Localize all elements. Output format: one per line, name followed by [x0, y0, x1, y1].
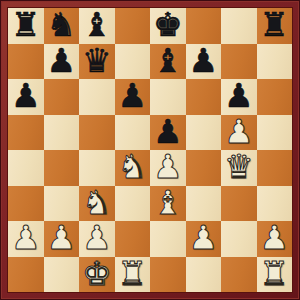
square-f4[interactable]	[186, 150, 222, 186]
square-c1[interactable]: ♚	[79, 257, 115, 293]
piece-black-rook: ♜	[259, 8, 289, 41]
square-h1[interactable]: ♜	[257, 257, 293, 293]
square-g6[interactable]: ♟	[221, 79, 257, 115]
square-d3[interactable]	[115, 186, 151, 222]
piece-black-pawn: ♟	[224, 79, 254, 112]
chess-board: ♜♞♝♚♜♟♛♝♟♟♟♟♟♟♞♟♛♞♝♟♟♟♟♟♚♜♜	[8, 8, 292, 292]
piece-white-knight: ♞	[117, 150, 147, 183]
square-f6[interactable]	[186, 79, 222, 115]
piece-black-knight: ♞	[46, 8, 76, 41]
piece-black-pawn: ♟	[188, 44, 218, 77]
square-a5[interactable]	[8, 115, 44, 151]
square-g4[interactable]: ♛	[221, 150, 257, 186]
piece-white-bishop: ♝	[153, 186, 183, 219]
square-c4[interactable]	[79, 150, 115, 186]
square-c2[interactable]: ♟	[79, 221, 115, 257]
square-a3[interactable]	[8, 186, 44, 222]
piece-white-queen: ♛	[224, 150, 254, 183]
piece-white-rook: ♜	[259, 257, 289, 290]
square-b5[interactable]	[44, 115, 80, 151]
square-e3[interactable]: ♝	[150, 186, 186, 222]
piece-black-pawn: ♟	[153, 115, 183, 148]
square-d2[interactable]	[115, 221, 151, 257]
square-h7[interactable]	[257, 44, 293, 80]
square-h5[interactable]	[257, 115, 293, 151]
piece-white-pawn: ♟	[188, 221, 218, 254]
square-h6[interactable]	[257, 79, 293, 115]
square-g2[interactable]	[221, 221, 257, 257]
piece-black-king: ♚	[153, 8, 183, 41]
square-d4[interactable]: ♞	[115, 150, 151, 186]
square-c6[interactable]	[79, 79, 115, 115]
square-f2[interactable]: ♟	[186, 221, 222, 257]
square-h8[interactable]: ♜	[257, 8, 293, 44]
piece-black-rook: ♜	[11, 8, 41, 41]
square-b4[interactable]	[44, 150, 80, 186]
square-b8[interactable]: ♞	[44, 8, 80, 44]
square-f3[interactable]	[186, 186, 222, 222]
piece-black-queen: ♛	[82, 44, 112, 77]
square-a1[interactable]	[8, 257, 44, 293]
piece-black-bishop: ♝	[153, 44, 183, 77]
square-e7[interactable]: ♝	[150, 44, 186, 80]
square-f8[interactable]	[186, 8, 222, 44]
square-h4[interactable]	[257, 150, 293, 186]
piece-white-pawn: ♟	[224, 115, 254, 148]
piece-white-pawn: ♟	[46, 221, 76, 254]
square-d8[interactable]	[115, 8, 151, 44]
piece-white-pawn: ♟	[153, 150, 183, 183]
square-c5[interactable]	[79, 115, 115, 151]
square-a4[interactable]	[8, 150, 44, 186]
piece-white-pawn: ♟	[82, 221, 112, 254]
square-h3[interactable]	[257, 186, 293, 222]
square-b6[interactable]	[44, 79, 80, 115]
square-e1[interactable]	[150, 257, 186, 293]
piece-white-rook: ♜	[117, 257, 147, 290]
square-a8[interactable]: ♜	[8, 8, 44, 44]
square-e5[interactable]: ♟	[150, 115, 186, 151]
square-f7[interactable]: ♟	[186, 44, 222, 80]
square-a7[interactable]	[8, 44, 44, 80]
piece-black-bishop: ♝	[82, 8, 112, 41]
chess-board-frame: ♜♞♝♚♜♟♛♝♟♟♟♟♟♟♞♟♛♞♝♟♟♟♟♟♚♜♜	[0, 0, 300, 300]
piece-white-pawn: ♟	[11, 221, 41, 254]
square-g5[interactable]: ♟	[221, 115, 257, 151]
square-g1[interactable]	[221, 257, 257, 293]
square-e4[interactable]: ♟	[150, 150, 186, 186]
square-d7[interactable]	[115, 44, 151, 80]
square-e8[interactable]: ♚	[150, 8, 186, 44]
piece-white-king: ♚	[82, 257, 112, 290]
square-a2[interactable]: ♟	[8, 221, 44, 257]
square-a6[interactable]: ♟	[8, 79, 44, 115]
square-e6[interactable]	[150, 79, 186, 115]
square-g8[interactable]	[221, 8, 257, 44]
piece-black-pawn: ♟	[117, 79, 147, 112]
square-d5[interactable]	[115, 115, 151, 151]
square-b3[interactable]	[44, 186, 80, 222]
square-g7[interactable]	[221, 44, 257, 80]
square-d1[interactable]: ♜	[115, 257, 151, 293]
square-g3[interactable]	[221, 186, 257, 222]
square-b7[interactable]: ♟	[44, 44, 80, 80]
square-h2[interactable]: ♟	[257, 221, 293, 257]
square-b1[interactable]	[44, 257, 80, 293]
piece-black-pawn: ♟	[11, 79, 41, 112]
square-b2[interactable]: ♟	[44, 221, 80, 257]
square-f1[interactable]	[186, 257, 222, 293]
square-f5[interactable]	[186, 115, 222, 151]
square-d6[interactable]: ♟	[115, 79, 151, 115]
piece-white-pawn: ♟	[259, 221, 289, 254]
square-e2[interactable]	[150, 221, 186, 257]
piece-white-knight: ♞	[82, 186, 112, 219]
piece-black-pawn: ♟	[46, 44, 76, 77]
square-c8[interactable]: ♝	[79, 8, 115, 44]
square-c7[interactable]: ♛	[79, 44, 115, 80]
square-c3[interactable]: ♞	[79, 186, 115, 222]
